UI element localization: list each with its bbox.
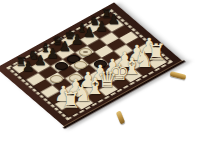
board-grid xyxy=(12,13,167,116)
brass-clasp-icon xyxy=(116,111,126,125)
brass-clasp-icon xyxy=(170,71,187,80)
chess-set-photo: ♜♞♝♛♚♝♞♜♟♟♟♟♟♟♟♟♟♟♟♟♟♟♟♟♜♞♝♛♚♝♞♜ xyxy=(0,0,200,142)
chess-board xyxy=(0,2,183,127)
